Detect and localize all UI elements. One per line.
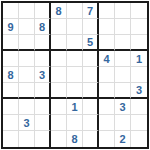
cell-r6c4[interactable] — [51, 83, 67, 99]
cell-r8c2[interactable]: 3 — [19, 115, 35, 131]
cell-r5c1[interactable]: 8 — [3, 67, 19, 83]
cell-r9c2[interactable] — [19, 131, 35, 147]
cell-r8c1[interactable] — [3, 115, 19, 131]
cell-r3c6[interactable]: 5 — [83, 35, 99, 51]
cell-r2c9[interactable] — [131, 19, 147, 35]
cell-r3c9[interactable] — [131, 35, 147, 51]
cell-r4c9[interactable]: 1 — [131, 51, 147, 67]
cell-r9c5[interactable]: 8 — [67, 131, 83, 147]
cell-r4c1[interactable] — [3, 51, 19, 67]
cell-r2c7[interactable] — [99, 19, 115, 35]
cell-r6c9[interactable]: 3 — [131, 83, 147, 99]
cell-r1c9[interactable] — [131, 3, 147, 19]
cell-r8c5[interactable] — [67, 115, 83, 131]
cell-r5c6[interactable] — [83, 67, 99, 83]
cell-r3c5[interactable] — [67, 35, 83, 51]
cell-r7c1[interactable] — [3, 99, 19, 115]
cell-r2c6[interactable] — [83, 19, 99, 35]
cell-r9c9[interactable] — [131, 131, 147, 147]
cell-r7c6[interactable] — [83, 99, 99, 115]
cell-r4c2[interactable] — [19, 51, 35, 67]
cell-r4c4[interactable] — [51, 51, 67, 67]
cell-r8c7[interactable] — [99, 115, 115, 131]
cell-r2c1[interactable]: 9 — [3, 19, 19, 35]
cell-r4c7[interactable]: 4 — [99, 51, 115, 67]
cell-r9c7[interactable] — [99, 131, 115, 147]
cell-r7c2[interactable] — [19, 99, 35, 115]
cell-r9c4[interactable] — [51, 131, 67, 147]
cell-r3c4[interactable] — [51, 35, 67, 51]
cell-r5c5[interactable] — [67, 67, 83, 83]
cell-r6c7[interactable] — [99, 83, 115, 99]
cell-r1c4[interactable]: 8 — [51, 3, 67, 19]
cell-r1c8[interactable] — [115, 3, 131, 19]
cell-r6c1[interactable] — [3, 83, 19, 99]
cell-r7c5[interactable]: 1 — [67, 99, 83, 115]
cell-r6c6[interactable] — [83, 83, 99, 99]
cell-r9c1[interactable] — [3, 131, 19, 147]
cell-r7c3[interactable] — [35, 99, 51, 115]
cell-r1c2[interactable] — [19, 3, 35, 19]
cell-r7c8[interactable]: 3 — [115, 99, 131, 115]
cell-r2c5[interactable] — [67, 19, 83, 35]
cell-r2c8[interactable] — [115, 19, 131, 35]
cell-r5c4[interactable] — [51, 67, 67, 83]
cell-r5c2[interactable] — [19, 67, 35, 83]
cell-r2c4[interactable] — [51, 19, 67, 35]
cell-r3c1[interactable] — [3, 35, 19, 51]
cell-r1c3[interactable] — [35, 3, 51, 19]
cell-r9c3[interactable] — [35, 131, 51, 147]
cell-r5c8[interactable] — [115, 67, 131, 83]
cell-r7c4[interactable] — [51, 99, 67, 115]
cell-r9c6[interactable] — [83, 131, 99, 147]
cell-r5c7[interactable] — [99, 67, 115, 83]
cell-r1c5[interactable] — [67, 3, 83, 19]
cell-r6c2[interactable] — [19, 83, 35, 99]
cell-r6c3[interactable] — [35, 83, 51, 99]
cell-r8c8[interactable] — [115, 115, 131, 131]
cell-r4c3[interactable] — [35, 51, 51, 67]
cell-r4c6[interactable] — [83, 51, 99, 67]
cell-r1c7[interactable] — [99, 3, 115, 19]
cell-r8c9[interactable] — [131, 115, 147, 131]
cell-r4c5[interactable] — [67, 51, 83, 67]
cell-r3c8[interactable] — [115, 35, 131, 51]
cell-r1c1[interactable] — [3, 3, 19, 19]
cell-r8c6[interactable] — [83, 115, 99, 131]
cell-r8c3[interactable] — [35, 115, 51, 131]
cell-r3c7[interactable] — [99, 35, 115, 51]
cell-r2c2[interactable] — [19, 19, 35, 35]
cell-r7c7[interactable] — [99, 99, 115, 115]
cell-r9c8[interactable]: 2 — [115, 131, 131, 147]
cell-r5c3[interactable]: 3 — [35, 67, 51, 83]
sudoku-board: 879854183313382 — [1, 1, 149, 149]
cell-r6c8[interactable] — [115, 83, 131, 99]
cell-r1c6[interactable]: 7 — [83, 3, 99, 19]
cell-r6c5[interactable] — [67, 83, 83, 99]
cell-r7c9[interactable] — [131, 99, 147, 115]
cell-r3c3[interactable] — [35, 35, 51, 51]
cell-r2c3[interactable]: 8 — [35, 19, 51, 35]
cell-r3c2[interactable] — [19, 35, 35, 51]
cell-r8c4[interactable] — [51, 115, 67, 131]
cell-r4c8[interactable] — [115, 51, 131, 67]
cell-r5c9[interactable] — [131, 67, 147, 83]
